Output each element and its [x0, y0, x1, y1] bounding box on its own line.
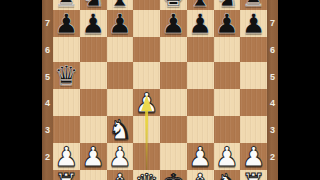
square-b7: ♟ — [80, 10, 107, 37]
piece-white-queen-d1: ♛ — [135, 170, 159, 180]
piece-white-rook-a1: ♜ — [54, 170, 78, 180]
square-d8 — [133, 0, 160, 10]
square-h6 — [240, 37, 267, 62]
rank-label-4: 4 — [45, 98, 50, 108]
piece-black-pawn-c7: ♟ — [108, 10, 132, 37]
piece-black-pawn-a7: ♟ — [54, 10, 78, 37]
square-c1: ♝ — [107, 170, 134, 180]
rank-label-5: 5 — [270, 72, 275, 82]
rank-label-6: 6 — [45, 45, 50, 55]
square-f5 — [187, 62, 214, 89]
piece-black-pawn-h7: ♟ — [242, 10, 266, 37]
rank-label-8: 8 — [45, 0, 50, 1]
piece-white-knight-c3: ♞ — [108, 116, 132, 143]
square-c6 — [107, 37, 134, 62]
square-h8: ♜ — [240, 0, 267, 10]
square-e4 — [160, 89, 187, 116]
piece-white-pawn-b2: ♟ — [81, 143, 105, 170]
square-e1: ♚ — [160, 170, 187, 180]
square-h3 — [240, 116, 267, 143]
square-a6 — [53, 37, 80, 62]
square-b5 — [80, 62, 107, 89]
rank-labels-left: 87654321 — [42, 0, 53, 180]
piece-black-pawn-f7: ♟ — [188, 10, 212, 37]
piece-white-rook-h1: ♜ — [242, 170, 266, 180]
rank-labels-right: 87654321 — [267, 0, 278, 180]
piece-black-king-e8: ♚ — [161, 0, 185, 10]
square-a2: ♟ — [53, 143, 80, 170]
square-a8: ♜ — [53, 0, 80, 10]
square-c3: ♞ — [107, 116, 134, 143]
piece-black-pawn-e7: ♟ — [161, 10, 185, 37]
square-c5 — [107, 62, 134, 89]
piece-white-pawn-c2: ♟ — [108, 143, 132, 170]
square-h5 — [240, 62, 267, 89]
piece-white-king-e1: ♚ — [161, 170, 185, 180]
piece-black-rook-a8: ♜ — [54, 0, 78, 10]
square-g5 — [214, 62, 241, 89]
piece-black-bishop-c8: ♝ — [108, 0, 132, 10]
rank-label-2: 2 — [270, 152, 275, 162]
piece-black-queen-a5: ♛ — [54, 62, 78, 89]
square-f8: ♝ — [187, 0, 214, 10]
square-f2: ♟ — [187, 143, 214, 170]
piece-white-pawn-g2: ♟ — [215, 143, 239, 170]
square-a1: ♜ — [53, 170, 80, 180]
square-g4 — [214, 89, 241, 116]
square-e6 — [160, 37, 187, 62]
square-a7: ♟ — [53, 10, 80, 37]
chess-board: 87654321 ♜♞♝♚♝♞♜♟♟♟♟♟♟♟♛♟♞♟♟♟♟♟♟♜♝♛♚♝♞♜ … — [42, 0, 278, 180]
square-a5: ♛ — [53, 62, 80, 89]
rank-label-2: 2 — [45, 152, 50, 162]
rank-label-8: 8 — [270, 0, 275, 1]
square-e8: ♚ — [160, 0, 187, 10]
square-g6 — [214, 37, 241, 62]
square-c7: ♟ — [107, 10, 134, 37]
rank-label-7: 7 — [45, 18, 50, 28]
square-d7 — [133, 10, 160, 37]
rank-label-1: 1 — [45, 179, 50, 180]
piece-black-pawn-g7: ♟ — [215, 10, 239, 37]
square-a3 — [53, 116, 80, 143]
rank-label-5: 5 — [45, 72, 50, 82]
square-h1: ♜ — [240, 170, 267, 180]
square-g3 — [214, 116, 241, 143]
square-g2: ♟ — [214, 143, 241, 170]
square-e3 — [160, 116, 187, 143]
piece-black-knight-b8: ♞ — [81, 0, 105, 10]
rank-label-7: 7 — [270, 18, 275, 28]
square-e7: ♟ — [160, 10, 187, 37]
piece-black-knight-g8: ♞ — [215, 0, 239, 10]
square-h7: ♟ — [240, 10, 267, 37]
piece-black-rook-h8: ♜ — [242, 0, 266, 10]
square-g1: ♞ — [214, 170, 241, 180]
piece-white-pawn-a2: ♟ — [54, 143, 78, 170]
piece-white-bishop-c1: ♝ — [108, 170, 132, 180]
square-b8: ♞ — [80, 0, 107, 10]
piece-white-pawn-h2: ♟ — [242, 143, 266, 170]
rank-label-1: 1 — [270, 179, 275, 180]
piece-white-pawn-f2: ♟ — [188, 143, 212, 170]
square-h4 — [240, 89, 267, 116]
video-frame[interactable]: 87654321 ♜♞♝♚♝♞♜♟♟♟♟♟♟♟♛♟♞♟♟♟♟♟♟♜♝♛♚♝♞♜ … — [0, 0, 320, 180]
square-g8: ♞ — [214, 0, 241, 10]
square-b3 — [80, 116, 107, 143]
square-f3 — [187, 116, 214, 143]
rank-label-4: 4 — [270, 98, 275, 108]
square-f1: ♝ — [187, 170, 214, 180]
piece-white-bishop-f1: ♝ — [188, 170, 212, 180]
square-f7: ♟ — [187, 10, 214, 37]
square-g7: ♟ — [214, 10, 241, 37]
square-e2 — [160, 143, 187, 170]
square-f4 — [187, 89, 214, 116]
rank-label-3: 3 — [270, 125, 275, 135]
square-f6 — [187, 37, 214, 62]
square-a4 — [53, 89, 80, 116]
square-d6 — [133, 37, 160, 62]
square-b4 — [80, 89, 107, 116]
square-e5 — [160, 62, 187, 89]
piece-black-pawn-b7: ♟ — [81, 10, 105, 37]
rank-label-6: 6 — [270, 45, 275, 55]
board-grid: ♜♞♝♚♝♞♜♟♟♟♟♟♟♟♛♟♞♟♟♟♟♟♟♜♝♛♚♝♞♜ — [53, 0, 267, 180]
square-b1 — [80, 170, 107, 180]
square-b6 — [80, 37, 107, 62]
piece-white-knight-g1: ♞ — [215, 170, 239, 180]
square-d5 — [133, 62, 160, 89]
square-c2: ♟ — [107, 143, 134, 170]
square-c8: ♝ — [107, 0, 134, 10]
piece-black-bishop-f8: ♝ — [188, 0, 212, 10]
square-b2: ♟ — [80, 143, 107, 170]
square-c4 — [107, 89, 134, 116]
rank-label-3: 3 — [45, 125, 50, 135]
square-d1: ♛ — [133, 170, 160, 180]
square-h2: ♟ — [240, 143, 267, 170]
